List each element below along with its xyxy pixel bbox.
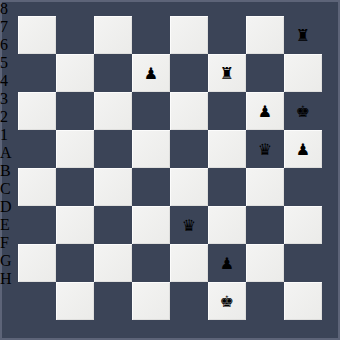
square-g3[interactable]	[246, 206, 284, 244]
square-g1[interactable]	[246, 282, 284, 320]
square-d5[interactable]	[132, 130, 170, 168]
square-f5[interactable]	[208, 130, 246, 168]
square-f4[interactable]	[208, 168, 246, 206]
square-b8[interactable]	[56, 16, 94, 54]
board-grid: ♜♟♜♟♚♛♟♛♟♚	[18, 16, 322, 320]
square-d4[interactable]	[132, 168, 170, 206]
square-e7[interactable]	[170, 54, 208, 92]
square-g7[interactable]	[246, 54, 284, 92]
square-h6[interactable]: ♚	[284, 92, 322, 130]
square-f8[interactable]	[208, 16, 246, 54]
square-c6[interactable]	[94, 92, 132, 130]
square-d1[interactable]	[132, 282, 170, 320]
square-h5[interactable]: ♟	[284, 130, 322, 168]
square-c4[interactable]	[94, 168, 132, 206]
square-d3[interactable]	[132, 206, 170, 244]
piece-white-pawn: ♟	[144, 64, 158, 83]
square-c2[interactable]	[94, 244, 132, 282]
square-d8[interactable]	[132, 16, 170, 54]
square-a7[interactable]	[18, 54, 56, 92]
square-h8[interactable]: ♜	[284, 16, 322, 54]
square-b2[interactable]	[56, 244, 94, 282]
square-c8[interactable]	[94, 16, 132, 54]
square-d6[interactable]	[132, 92, 170, 130]
square-d7[interactable]: ♟	[132, 54, 170, 92]
square-e2[interactable]	[170, 244, 208, 282]
square-e5[interactable]	[170, 130, 208, 168]
square-a3[interactable]	[18, 206, 56, 244]
square-b5[interactable]	[56, 130, 94, 168]
piece-white-queen: ♛	[182, 216, 196, 235]
square-b7[interactable]	[56, 54, 94, 92]
square-g4[interactable]	[246, 168, 284, 206]
square-a5[interactable]	[18, 130, 56, 168]
piece-white-king: ♚	[220, 292, 234, 311]
square-e4[interactable]	[170, 168, 208, 206]
square-b4[interactable]	[56, 168, 94, 206]
square-a1[interactable]	[18, 282, 56, 320]
square-e1[interactable]	[170, 282, 208, 320]
square-c3[interactable]	[94, 206, 132, 244]
square-c1[interactable]	[94, 282, 132, 320]
square-h2[interactable]	[284, 244, 322, 282]
square-a8[interactable]	[18, 16, 56, 54]
square-d2[interactable]	[132, 244, 170, 282]
square-a2[interactable]	[18, 244, 56, 282]
piece-black-pawn: ♟	[296, 140, 310, 159]
piece-black-king: ♚	[296, 102, 310, 121]
square-c7[interactable]	[94, 54, 132, 92]
square-g5[interactable]: ♛	[246, 130, 284, 168]
square-c5[interactable]	[94, 130, 132, 168]
piece-black-rook: ♜	[296, 26, 310, 45]
chess-board-diagram: 87654321 ABCDEFGH ♜♟♜♟♚♛♟♛♟♚	[0, 0, 340, 340]
square-e8[interactable]	[170, 16, 208, 54]
piece-white-pawn: ♟	[220, 254, 234, 273]
square-g2[interactable]	[246, 244, 284, 282]
square-a4[interactable]	[18, 168, 56, 206]
square-b6[interactable]	[56, 92, 94, 130]
piece-black-queen: ♛	[258, 140, 272, 159]
square-g8[interactable]	[246, 16, 284, 54]
piece-black-pawn: ♟	[258, 102, 272, 121]
square-e6[interactable]	[170, 92, 208, 130]
square-a6[interactable]	[18, 92, 56, 130]
square-b3[interactable]	[56, 206, 94, 244]
square-f2[interactable]: ♟	[208, 244, 246, 282]
square-e3[interactable]: ♛	[170, 206, 208, 244]
square-h7[interactable]	[284, 54, 322, 92]
square-f6[interactable]	[208, 92, 246, 130]
piece-white-rook: ♜	[220, 64, 234, 83]
square-h3[interactable]	[284, 206, 322, 244]
square-f7[interactable]: ♜	[208, 54, 246, 92]
square-h1[interactable]	[284, 282, 322, 320]
square-g6[interactable]: ♟	[246, 92, 284, 130]
square-b1[interactable]	[56, 282, 94, 320]
square-h4[interactable]	[284, 168, 322, 206]
square-f1[interactable]: ♚	[208, 282, 246, 320]
square-f3[interactable]	[208, 206, 246, 244]
